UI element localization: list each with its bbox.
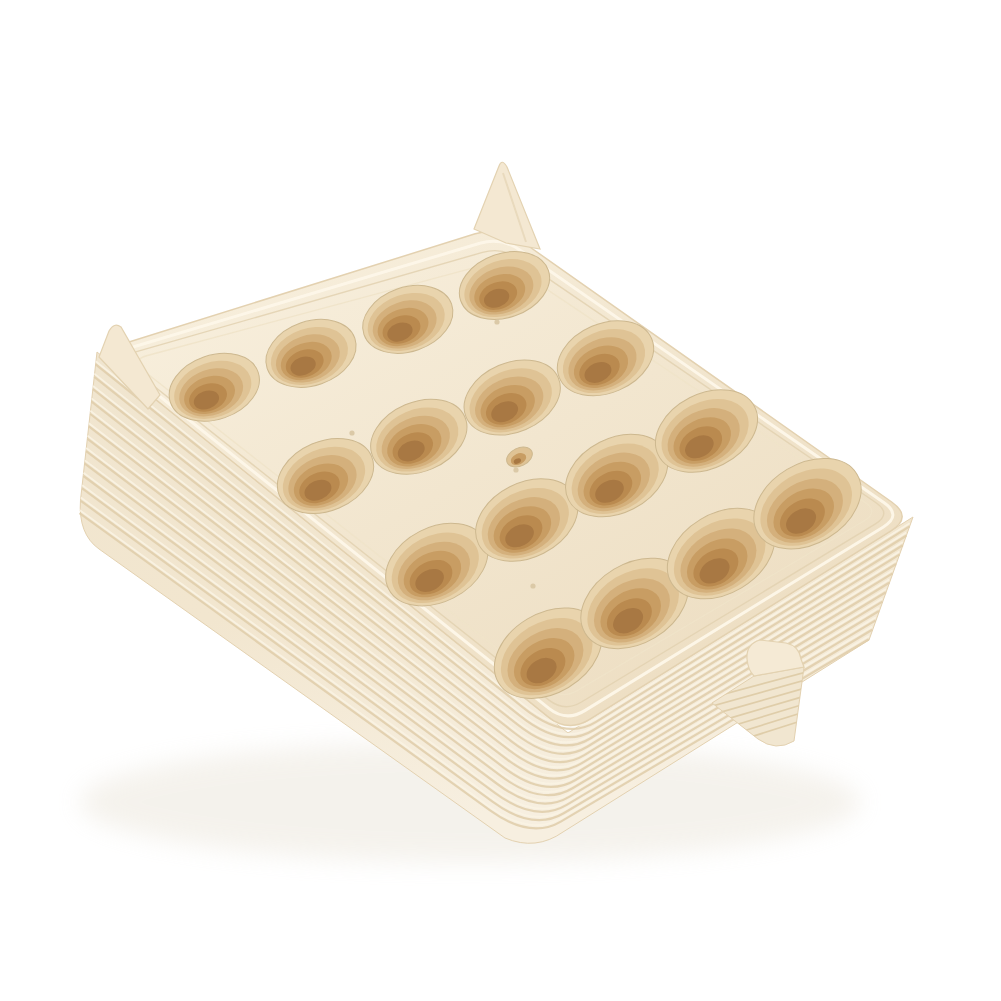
tray-stack-illustration bbox=[0, 0, 1001, 1001]
mold-dot bbox=[349, 430, 354, 435]
mold-dot bbox=[513, 467, 518, 472]
product-photo: Stack of fourteen cream plastic storage … bbox=[0, 0, 1001, 1001]
mold-dot bbox=[494, 319, 499, 324]
mold-dot bbox=[530, 583, 535, 588]
